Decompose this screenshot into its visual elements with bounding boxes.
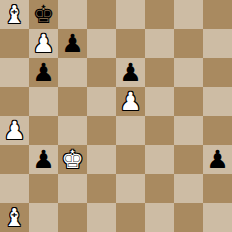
square-h5[interactable] — [203, 87, 232, 116]
square-f3[interactable] — [145, 145, 174, 174]
square-f8[interactable] — [145, 0, 174, 29]
square-b1[interactable] — [29, 203, 58, 232]
square-g8[interactable] — [174, 0, 203, 29]
white-pawn[interactable]: ♟ — [119, 87, 141, 116]
square-c5[interactable] — [58, 87, 87, 116]
square-d6[interactable] — [87, 58, 116, 87]
square-e3[interactable] — [116, 145, 145, 174]
square-b6[interactable]: ♟ — [29, 58, 58, 87]
square-c8[interactable] — [58, 0, 87, 29]
square-d7[interactable] — [87, 29, 116, 58]
square-e7[interactable] — [116, 29, 145, 58]
black-king[interactable]: ♚ — [32, 0, 54, 29]
white-pawn[interactable]: ♟ — [3, 116, 25, 145]
square-d4[interactable] — [87, 116, 116, 145]
square-d2[interactable] — [87, 174, 116, 203]
square-d1[interactable] — [87, 203, 116, 232]
square-e2[interactable] — [116, 174, 145, 203]
square-d5[interactable] — [87, 87, 116, 116]
square-c3[interactable]: ♚ — [58, 145, 87, 174]
square-f6[interactable] — [145, 58, 174, 87]
square-h8[interactable] — [203, 0, 232, 29]
square-a7[interactable] — [0, 29, 29, 58]
chess-board: ♝♚♟♟♟♟♟♟♟♚♟♝ — [0, 0, 232, 232]
square-b5[interactable] — [29, 87, 58, 116]
square-e8[interactable] — [116, 0, 145, 29]
square-c7[interactable]: ♟ — [58, 29, 87, 58]
square-d8[interactable] — [87, 0, 116, 29]
square-b7[interactable]: ♟ — [29, 29, 58, 58]
square-e5[interactable]: ♟ — [116, 87, 145, 116]
black-pawn[interactable]: ♟ — [119, 58, 141, 87]
square-a8[interactable]: ♝ — [0, 0, 29, 29]
square-a1[interactable]: ♝ — [0, 203, 29, 232]
square-c1[interactable] — [58, 203, 87, 232]
white-pawn[interactable]: ♟ — [32, 29, 54, 58]
square-d3[interactable] — [87, 145, 116, 174]
square-e1[interactable] — [116, 203, 145, 232]
white-king[interactable]: ♚ — [61, 145, 83, 174]
square-g1[interactable] — [174, 203, 203, 232]
square-g5[interactable] — [174, 87, 203, 116]
square-f4[interactable] — [145, 116, 174, 145]
square-b4[interactable] — [29, 116, 58, 145]
square-a2[interactable] — [0, 174, 29, 203]
square-b8[interactable]: ♚ — [29, 0, 58, 29]
black-pawn[interactable]: ♟ — [206, 145, 228, 174]
square-h6[interactable] — [203, 58, 232, 87]
square-b3[interactable]: ♟ — [29, 145, 58, 174]
square-a3[interactable] — [0, 145, 29, 174]
black-pawn[interactable]: ♟ — [32, 145, 54, 174]
square-h7[interactable] — [203, 29, 232, 58]
square-f7[interactable] — [145, 29, 174, 58]
square-h2[interactable] — [203, 174, 232, 203]
square-h4[interactable] — [203, 116, 232, 145]
black-pawn[interactable]: ♟ — [32, 58, 54, 87]
square-c2[interactable] — [58, 174, 87, 203]
white-bishop[interactable]: ♝ — [3, 203, 25, 232]
square-g6[interactable] — [174, 58, 203, 87]
square-e6[interactable]: ♟ — [116, 58, 145, 87]
square-a6[interactable] — [0, 58, 29, 87]
square-g4[interactable] — [174, 116, 203, 145]
square-g2[interactable] — [174, 174, 203, 203]
square-a5[interactable] — [0, 87, 29, 116]
square-c4[interactable] — [58, 116, 87, 145]
square-a4[interactable]: ♟ — [0, 116, 29, 145]
square-f2[interactable] — [145, 174, 174, 203]
square-h1[interactable] — [203, 203, 232, 232]
square-e4[interactable] — [116, 116, 145, 145]
square-b2[interactable] — [29, 174, 58, 203]
square-f1[interactable] — [145, 203, 174, 232]
black-pawn[interactable]: ♟ — [61, 29, 83, 58]
white-bishop[interactable]: ♝ — [3, 0, 25, 29]
square-g3[interactable] — [174, 145, 203, 174]
square-g7[interactable] — [174, 29, 203, 58]
square-h3[interactable]: ♟ — [203, 145, 232, 174]
square-f5[interactable] — [145, 87, 174, 116]
square-c6[interactable] — [58, 58, 87, 87]
